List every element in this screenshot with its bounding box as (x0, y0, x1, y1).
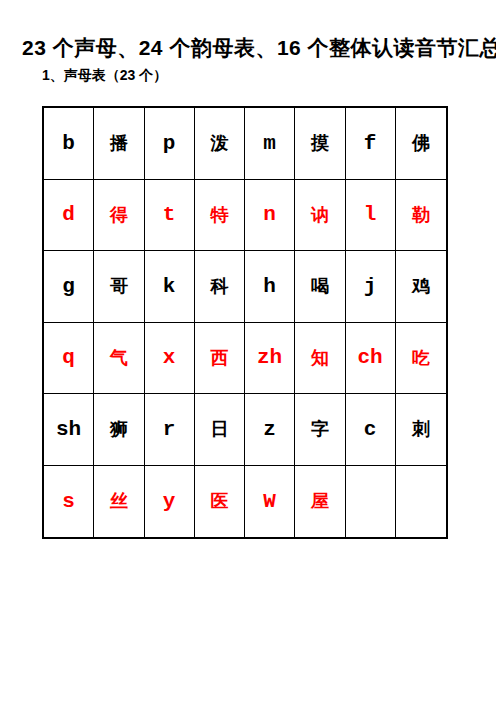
table-cell: g (44, 251, 94, 323)
table-cell: f (346, 108, 396, 180)
table-cell: p (145, 108, 195, 180)
table-cell: s (44, 466, 94, 538)
table-cell: 鸡 (396, 251, 446, 323)
table-cell: 得 (94, 180, 144, 252)
page: 23 个声母、24 个韵母表、16 个整体认读音节汇总 1、声母表（23 个） … (0, 36, 496, 539)
table-cell: sh (44, 394, 94, 466)
table-cell: n (245, 180, 295, 252)
table-cell (346, 466, 396, 538)
table-cell: ch (346, 323, 396, 395)
table-cell: c (346, 394, 396, 466)
table-cell: 医 (195, 466, 245, 538)
section-heading: 1、声母表（23 个） (42, 67, 496, 85)
table-cell: 丝 (94, 466, 144, 538)
table-cell: 勒 (396, 180, 446, 252)
table-cell (396, 466, 446, 538)
table-cell: k (145, 251, 195, 323)
table-cell: 佛 (396, 108, 446, 180)
table-cell: 吃 (396, 323, 446, 395)
table-cell: t (145, 180, 195, 252)
table-cell: zh (245, 323, 295, 395)
table-cell: l (346, 180, 396, 252)
table-cell: 哥 (94, 251, 144, 323)
table-cell: 日 (195, 394, 245, 466)
table-cell: 喝 (295, 251, 345, 323)
table-cell: h (245, 251, 295, 323)
table-cell: y (145, 466, 195, 538)
table-cell: x (145, 323, 195, 395)
table-cell: b (44, 108, 94, 180)
table-cell: 气 (94, 323, 144, 395)
table-cell: 西 (195, 323, 245, 395)
table-cell: m (245, 108, 295, 180)
table-cell: 泼 (195, 108, 245, 180)
table-cell: 狮 (94, 394, 144, 466)
table-cell: 科 (195, 251, 245, 323)
table-cell: 刺 (396, 394, 446, 466)
table-cell: 屋 (295, 466, 345, 538)
table-cell: 特 (195, 180, 245, 252)
table-cell: 讷 (295, 180, 345, 252)
table-cell: 摸 (295, 108, 345, 180)
page-title: 23 个声母、24 个韵母表、16 个整体认读音节汇总 (22, 36, 474, 60)
table-cell: 知 (295, 323, 345, 395)
table-cell: d (44, 180, 94, 252)
table-cell: j (346, 251, 396, 323)
table-cell: 播 (94, 108, 144, 180)
table-cell: q (44, 323, 94, 395)
initials-table: b播p泼m摸f佛d得t特n讷l勒g哥k科h喝j鸡q气x西zh知ch吃sh狮r日z… (42, 106, 448, 539)
table-cell: r (145, 394, 195, 466)
table-cell: 字 (295, 394, 345, 466)
table-cell: W (245, 466, 295, 538)
table-cell: z (245, 394, 295, 466)
